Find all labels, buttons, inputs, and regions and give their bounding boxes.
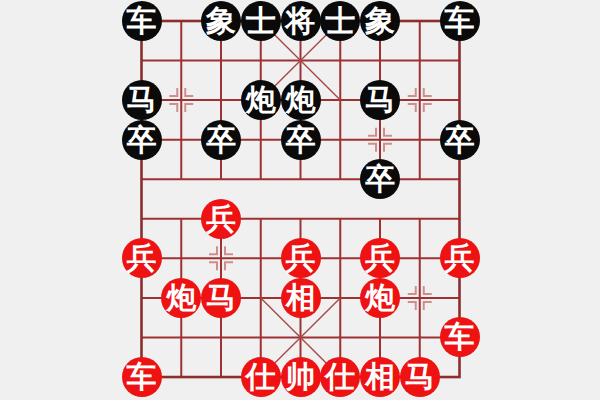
black-elephant[interactable]: 象 — [360, 1, 400, 41]
red-elephant[interactable]: 相 — [360, 357, 400, 397]
black-rook[interactable]: 车 — [440, 1, 480, 41]
red-rook[interactable]: 车 — [440, 317, 480, 357]
black-advisor[interactable]: 士 — [320, 1, 360, 41]
red-soldier[interactable]: 兵 — [281, 238, 321, 278]
black-horse[interactable]: 马 — [360, 80, 400, 120]
black-cannon[interactable]: 炮 — [281, 80, 321, 120]
red-soldier[interactable]: 兵 — [360, 238, 400, 278]
grid-lines — [142, 21, 460, 377]
black-soldier[interactable]: 卒 — [201, 120, 241, 160]
black-soldier[interactable]: 卒 — [281, 120, 321, 160]
red-horse[interactable]: 马 — [400, 357, 440, 397]
red-cannon[interactable]: 炮 — [161, 278, 201, 318]
black-general[interactable]: 将 — [281, 1, 321, 41]
red-cannon[interactable]: 炮 — [360, 278, 400, 318]
red-horse[interactable]: 马 — [201, 278, 241, 318]
red-general[interactable]: 帅 — [281, 357, 321, 397]
xiangqi-board: 车象士将士象车马炮炮马卒卒卒卒卒兵兵兵兵兵炮马相炮车车仕帅仕相马 — [0, 0, 600, 400]
red-advisor[interactable]: 仕 — [320, 357, 360, 397]
xiangqi-app: 车象士将士象车马炮炮马卒卒卒卒卒兵兵兵兵兵炮马相炮车车仕帅仕相马 — [0, 0, 600, 400]
black-elephant[interactable]: 象 — [201, 1, 241, 41]
black-advisor[interactable]: 士 — [241, 1, 281, 41]
board-grid — [0, 0, 600, 400]
black-soldier[interactable]: 卒 — [360, 159, 400, 199]
red-rook[interactable]: 车 — [122, 357, 162, 397]
black-horse[interactable]: 马 — [122, 80, 162, 120]
black-cannon[interactable]: 炮 — [241, 80, 281, 120]
black-soldier[interactable]: 卒 — [440, 120, 480, 160]
red-soldier[interactable]: 兵 — [440, 238, 480, 278]
black-soldier[interactable]: 卒 — [122, 120, 162, 160]
black-rook[interactable]: 车 — [122, 1, 162, 41]
red-elephant[interactable]: 相 — [281, 278, 321, 318]
red-soldier[interactable]: 兵 — [201, 199, 241, 239]
red-advisor[interactable]: 仕 — [241, 357, 281, 397]
red-soldier[interactable]: 兵 — [122, 238, 162, 278]
